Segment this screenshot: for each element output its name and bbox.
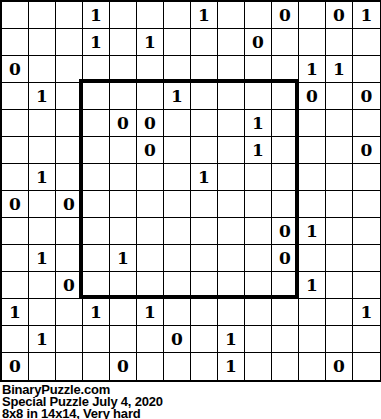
cell-r2c2[interactable] xyxy=(29,29,56,56)
cell-r14c6[interactable] xyxy=(137,353,164,380)
cell-r5c8[interactable] xyxy=(191,110,218,137)
cell-r1c2[interactable] xyxy=(29,2,56,29)
cell-r12c5[interactable] xyxy=(110,299,137,326)
cell-r5c3[interactable] xyxy=(56,110,83,137)
cell-r10c3[interactable] xyxy=(56,245,83,272)
cell-r7c9[interactable] xyxy=(218,164,245,191)
cell-r5c13[interactable] xyxy=(326,110,353,137)
cell-r2c8[interactable] xyxy=(191,29,218,56)
cell-r10c6[interactable] xyxy=(137,245,164,272)
cell-r10c7[interactable] xyxy=(164,245,191,272)
cell-r9c7[interactable] xyxy=(164,218,191,245)
cell-r6c11[interactable] xyxy=(272,137,299,164)
cell-r13c11[interactable] xyxy=(272,326,299,353)
cell-r11c14[interactable] xyxy=(353,272,380,299)
cell-r3c6[interactable] xyxy=(137,56,164,83)
cell-r1c4: 1 xyxy=(83,2,110,29)
cell-r2c1[interactable] xyxy=(2,29,29,56)
cell-r12c8[interactable] xyxy=(191,299,218,326)
cell-r11c11[interactable] xyxy=(272,272,299,299)
cell-r13c5[interactable] xyxy=(110,326,137,353)
cell-r6c14: 0 xyxy=(353,137,380,164)
cell-r2c6: 1 xyxy=(137,29,164,56)
cell-r13c7: 0 xyxy=(164,326,191,353)
puzzle-footer: BinaryPuzzle.com Special Puzzle July 4, … xyxy=(0,382,381,419)
cell-r14c13: 0 xyxy=(326,353,353,380)
cell-r9c6[interactable] xyxy=(137,218,164,245)
cell-r8c3: 0 xyxy=(56,191,83,218)
cell-r12c12[interactable] xyxy=(299,299,326,326)
cell-r5c4[interactable] xyxy=(83,110,110,137)
cell-r13c4[interactable] xyxy=(83,326,110,353)
cell-r5c5: 0 xyxy=(110,110,137,137)
cell-r7c12[interactable] xyxy=(299,164,326,191)
cell-r1c7[interactable] xyxy=(164,2,191,29)
cell-r11c2[interactable] xyxy=(29,272,56,299)
cell-r14c8[interactable] xyxy=(191,353,218,380)
cell-r10c4[interactable] xyxy=(83,245,110,272)
cell-r10c9[interactable] xyxy=(218,245,245,272)
cell-r12c7[interactable] xyxy=(164,299,191,326)
cell-r11c1[interactable] xyxy=(2,272,29,299)
cell-r12c10[interactable] xyxy=(245,299,272,326)
cell-r7c6[interactable] xyxy=(137,164,164,191)
cell-r12c14: 1 xyxy=(353,299,380,326)
cell-r13c9: 1 xyxy=(218,326,245,353)
cell-r5c9[interactable] xyxy=(218,110,245,137)
cell-r1c9[interactable] xyxy=(218,2,245,29)
cell-r12c2[interactable] xyxy=(29,299,56,326)
cell-r7c5[interactable] xyxy=(110,164,137,191)
cell-r4c13[interactable] xyxy=(326,83,353,110)
cell-r3c1: 0 xyxy=(2,56,29,83)
cell-r1c12[interactable] xyxy=(299,2,326,29)
cell-r4c6[interactable] xyxy=(137,83,164,110)
cell-r3c7[interactable] xyxy=(164,56,191,83)
cell-r7c10[interactable] xyxy=(245,164,272,191)
cell-r8c1: 0 xyxy=(2,191,29,218)
cell-r12c1: 1 xyxy=(2,299,29,326)
cell-r2c7[interactable] xyxy=(164,29,191,56)
cell-r2c3[interactable] xyxy=(56,29,83,56)
cell-r12c11[interactable] xyxy=(272,299,299,326)
cell-r8c8[interactable] xyxy=(191,191,218,218)
cell-r13c2: 1 xyxy=(29,326,56,353)
cell-r5c7[interactable] xyxy=(164,110,191,137)
cell-r5c1[interactable] xyxy=(2,110,29,137)
cell-r7c1[interactable] xyxy=(2,164,29,191)
cell-r5c2[interactable] xyxy=(29,110,56,137)
cell-r13c3[interactable] xyxy=(56,326,83,353)
cell-r1c6[interactable] xyxy=(137,2,164,29)
cell-r8c14[interactable] xyxy=(353,191,380,218)
cell-r11c10[interactable] xyxy=(245,272,272,299)
puzzle-description: 8x8 in 14x14, Very hard xyxy=(2,408,381,419)
cell-r4c9[interactable] xyxy=(218,83,245,110)
cell-r7c8: 1 xyxy=(191,164,218,191)
cell-r10c12[interactable] xyxy=(299,245,326,272)
cell-r10c13[interactable] xyxy=(326,245,353,272)
cell-r8c13[interactable] xyxy=(326,191,353,218)
cell-r12c13[interactable] xyxy=(326,299,353,326)
cell-r10c1[interactable] xyxy=(2,245,29,272)
cell-r10c5: 1 xyxy=(110,245,137,272)
cell-r3c5[interactable] xyxy=(110,56,137,83)
cell-r6c4[interactable] xyxy=(83,137,110,164)
cell-r14c14[interactable] xyxy=(353,353,380,380)
cell-r3c14[interactable] xyxy=(353,56,380,83)
cell-r2c4: 1 xyxy=(83,29,110,56)
cell-r8c2[interactable] xyxy=(29,191,56,218)
cell-r1c14: 1 xyxy=(353,2,380,29)
cell-r13c14[interactable] xyxy=(353,326,380,353)
cell-r10c10[interactable] xyxy=(245,245,272,272)
cell-r3c13: 1 xyxy=(326,56,353,83)
cell-r9c10[interactable] xyxy=(245,218,272,245)
cell-r4c7: 1 xyxy=(164,83,191,110)
cell-r8c5[interactable] xyxy=(110,191,137,218)
cell-r8c4[interactable] xyxy=(83,191,110,218)
cell-r14c3[interactable] xyxy=(56,353,83,380)
cell-r5c14[interactable] xyxy=(353,110,380,137)
cell-r2c14[interactable] xyxy=(353,29,380,56)
cell-r9c14[interactable] xyxy=(353,218,380,245)
cell-r7c14[interactable] xyxy=(353,164,380,191)
cell-r7c3[interactable] xyxy=(56,164,83,191)
cell-r5c11[interactable] xyxy=(272,110,299,137)
cell-r2c11[interactable] xyxy=(272,29,299,56)
cell-r6c5[interactable] xyxy=(110,137,137,164)
cell-r3c11[interactable] xyxy=(272,56,299,83)
cell-r4c11[interactable] xyxy=(272,83,299,110)
cell-r9c11: 0 xyxy=(272,218,299,245)
cell-r5c6: 0 xyxy=(137,110,164,137)
cell-r5c12[interactable] xyxy=(299,110,326,137)
cell-r1c5[interactable] xyxy=(110,2,137,29)
puzzle-grid: 1100111001111000010101100011100111111010… xyxy=(0,0,381,382)
cell-r1c11: 0 xyxy=(272,2,299,29)
cell-r7c11[interactable] xyxy=(272,164,299,191)
cell-r8c11[interactable] xyxy=(272,191,299,218)
cell-r14c1: 0 xyxy=(2,353,29,380)
cell-r1c10[interactable] xyxy=(245,2,272,29)
cell-r11c8[interactable] xyxy=(191,272,218,299)
cell-r11c3: 0 xyxy=(56,272,83,299)
cell-r10c8[interactable] xyxy=(191,245,218,272)
cell-r11c6[interactable] xyxy=(137,272,164,299)
cell-r8c6[interactable] xyxy=(137,191,164,218)
cell-r7c4[interactable] xyxy=(83,164,110,191)
cell-r3c10[interactable] xyxy=(245,56,272,83)
cell-r14c5: 0 xyxy=(110,353,137,380)
cell-r1c1[interactable] xyxy=(2,2,29,29)
cell-r2c13[interactable] xyxy=(326,29,353,56)
cell-r7c2: 1 xyxy=(29,164,56,191)
cell-r1c13: 0 xyxy=(326,2,353,29)
cell-r11c4[interactable] xyxy=(83,272,110,299)
cell-r12c9[interactable] xyxy=(218,299,245,326)
cell-r3c4[interactable] xyxy=(83,56,110,83)
cell-r3c2[interactable] xyxy=(29,56,56,83)
cell-r4c12: 0 xyxy=(299,83,326,110)
cell-r14c11[interactable] xyxy=(272,353,299,380)
cell-r12c6: 1 xyxy=(137,299,164,326)
cell-r4c1[interactable] xyxy=(2,83,29,110)
cell-r12c3[interactable] xyxy=(56,299,83,326)
cell-r9c12: 1 xyxy=(299,218,326,245)
cell-r2c12[interactable] xyxy=(299,29,326,56)
cell-r13c10[interactable] xyxy=(245,326,272,353)
cell-r13c8[interactable] xyxy=(191,326,218,353)
cell-r8c7[interactable] xyxy=(164,191,191,218)
cell-r3c12: 1 xyxy=(299,56,326,83)
cell-r6c12[interactable] xyxy=(299,137,326,164)
cell-r9c9[interactable] xyxy=(218,218,245,245)
cell-r6c9[interactable] xyxy=(218,137,245,164)
cell-r9c3[interactable] xyxy=(56,218,83,245)
cell-r9c13[interactable] xyxy=(326,218,353,245)
cell-r14c2[interactable] xyxy=(29,353,56,380)
cell-r13c12[interactable] xyxy=(299,326,326,353)
cell-r8c10[interactable] xyxy=(245,191,272,218)
cell-r10c2: 1 xyxy=(29,245,56,272)
cell-r10c11: 0 xyxy=(272,245,299,272)
cell-r3c9[interactable] xyxy=(218,56,245,83)
cell-r9c2[interactable] xyxy=(29,218,56,245)
cell-r11c12: 1 xyxy=(299,272,326,299)
cell-r13c13[interactable] xyxy=(326,326,353,353)
cell-r1c8: 1 xyxy=(191,2,218,29)
cell-r4c8[interactable] xyxy=(191,83,218,110)
cell-r4c4[interactable] xyxy=(83,83,110,110)
cell-r12c4: 1 xyxy=(83,299,110,326)
cell-r6c13[interactable] xyxy=(326,137,353,164)
cell-r14c7[interactable] xyxy=(164,353,191,380)
cell-r9c4[interactable] xyxy=(83,218,110,245)
cell-r10c14[interactable] xyxy=(353,245,380,272)
cell-r6c1[interactable] xyxy=(2,137,29,164)
cell-r2c5[interactable] xyxy=(110,29,137,56)
cell-r11c7[interactable] xyxy=(164,272,191,299)
cell-r4c10[interactable] xyxy=(245,83,272,110)
cell-r14c12[interactable] xyxy=(299,353,326,380)
cell-r2c9[interactable] xyxy=(218,29,245,56)
cell-r7c13[interactable] xyxy=(326,164,353,191)
puzzle-board-wrap: 1100111001111000010101100011100111111010… xyxy=(0,0,381,382)
cell-r2c10: 0 xyxy=(245,29,272,56)
cell-r5c10: 1 xyxy=(245,110,272,137)
cell-r6c2[interactable] xyxy=(29,137,56,164)
cell-r1c3[interactable] xyxy=(56,2,83,29)
cell-r4c14: 0 xyxy=(353,83,380,110)
cell-r9c5[interactable] xyxy=(110,218,137,245)
cell-r6c10: 1 xyxy=(245,137,272,164)
cell-r7c7[interactable] xyxy=(164,164,191,191)
cell-r13c6[interactable] xyxy=(137,326,164,353)
cell-r11c13[interactable] xyxy=(326,272,353,299)
cell-r8c9[interactable] xyxy=(218,191,245,218)
cell-r4c5[interactable] xyxy=(110,83,137,110)
cell-r4c3[interactable] xyxy=(56,83,83,110)
cell-r8c12[interactable] xyxy=(299,191,326,218)
cell-r6c6: 0 xyxy=(137,137,164,164)
cell-r14c4[interactable] xyxy=(83,353,110,380)
cell-r9c1[interactable] xyxy=(2,218,29,245)
cell-r3c3[interactable] xyxy=(56,56,83,83)
cell-r14c10[interactable] xyxy=(245,353,272,380)
cell-r3c8[interactable] xyxy=(191,56,218,83)
cell-r11c9[interactable] xyxy=(218,272,245,299)
cell-r11c5[interactable] xyxy=(110,272,137,299)
cell-r6c8[interactable] xyxy=(191,137,218,164)
cell-r4c2: 1 xyxy=(29,83,56,110)
cell-r6c7[interactable] xyxy=(164,137,191,164)
cell-r14c9: 1 xyxy=(218,353,245,380)
cell-r13c1[interactable] xyxy=(2,326,29,353)
cell-r6c3[interactable] xyxy=(56,137,83,164)
cell-r9c8[interactable] xyxy=(191,218,218,245)
